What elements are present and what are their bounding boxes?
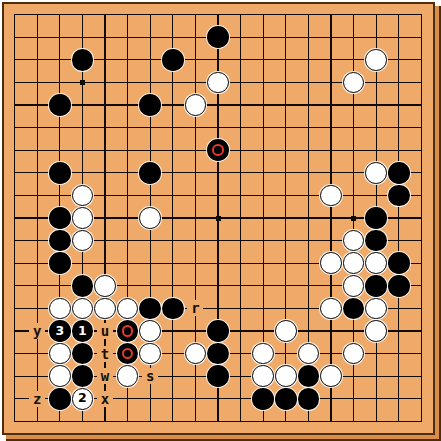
board-point: 1: [71, 320, 94, 343]
black-stone: [252, 388, 274, 410]
board-point: 3: [49, 320, 72, 343]
black-stone: [49, 252, 71, 274]
black-stone: [365, 230, 387, 252]
board-point: [320, 252, 343, 275]
board-point: [71, 207, 94, 230]
board-point: [49, 365, 72, 388]
white-stone: [320, 185, 342, 207]
board-point: [207, 342, 230, 365]
point-label-z: z: [29, 391, 45, 407]
black-stone: [117, 343, 139, 365]
point-label-r: r: [187, 300, 203, 316]
board-point: [274, 387, 297, 410]
black-stone: [49, 94, 71, 116]
board-point: [94, 297, 117, 320]
board-point: [342, 342, 365, 365]
black-stone: [49, 162, 71, 184]
board-point: [342, 229, 365, 252]
board-point: [71, 229, 94, 252]
white-stone: [72, 230, 94, 252]
white-stone: [49, 365, 71, 387]
white-stone: [94, 298, 116, 320]
black-stone: [72, 343, 94, 365]
board-point: [49, 161, 72, 184]
board-point: [116, 365, 139, 388]
board-point: [49, 342, 72, 365]
board-point: [116, 297, 139, 320]
board-point: [297, 365, 320, 388]
board-point: [139, 297, 162, 320]
board-point: [116, 320, 139, 343]
black-stone: [49, 388, 71, 410]
board-point: [207, 320, 230, 343]
board-point: [365, 297, 388, 320]
black-stone: [139, 162, 161, 184]
black-stone: [72, 365, 94, 387]
board-point: [207, 26, 230, 49]
white-stone: [365, 49, 387, 71]
board-point: [365, 229, 388, 252]
board-point: [387, 252, 410, 275]
board-point: x: [94, 387, 117, 410]
board-point: z: [26, 387, 49, 410]
black-stone: [117, 320, 139, 342]
white-stone: [365, 320, 387, 342]
black-stone: [207, 139, 229, 161]
board-point: [365, 320, 388, 343]
white-stone: [320, 365, 342, 387]
board-point: [252, 342, 275, 365]
black-stone: [49, 207, 71, 229]
white-stone: [343, 230, 365, 252]
point-label-w: w: [97, 368, 113, 384]
black-stone: [49, 230, 71, 252]
white-stone: [139, 207, 161, 229]
board-point: [139, 320, 162, 343]
white-stone: [365, 298, 387, 320]
white-stone: [252, 365, 274, 387]
white-stone: [275, 365, 297, 387]
black-stone: [298, 365, 320, 387]
white-stone: [365, 252, 387, 274]
board-point: [49, 207, 72, 230]
board-point: [139, 161, 162, 184]
white-stone: [343, 275, 365, 297]
point-label-t: t: [97, 346, 113, 362]
black-stone: [388, 252, 410, 274]
board-point: [365, 207, 388, 230]
board-point: [94, 274, 117, 297]
board-point: [342, 297, 365, 320]
white-stone: [49, 343, 71, 365]
white-stone: [72, 185, 94, 207]
board-point: y: [26, 320, 49, 343]
board-point: [161, 297, 184, 320]
board-point: [365, 49, 388, 72]
black-stone: [162, 49, 184, 71]
white-stone: [94, 275, 116, 297]
white-stone: 2: [72, 388, 94, 410]
white-stone: [139, 320, 161, 342]
board-point: [387, 184, 410, 207]
black-stone: [139, 298, 161, 320]
board-point: [207, 139, 230, 162]
black-stone: [207, 320, 229, 342]
circle-mark: [122, 348, 134, 360]
board-point: [71, 49, 94, 72]
board-point: [49, 387, 72, 410]
black-stone: [139, 94, 161, 116]
board-point: [252, 365, 275, 388]
white-stone: [298, 343, 320, 365]
white-stone: [139, 343, 161, 365]
board-point: [342, 71, 365, 94]
white-stone: [72, 207, 94, 229]
white-stone: [207, 72, 229, 94]
board-point: w: [94, 365, 117, 388]
white-stone: [343, 72, 365, 94]
white-stone: [185, 94, 207, 116]
board-point: [116, 342, 139, 365]
black-stone: [388, 162, 410, 184]
board-point: [387, 274, 410, 297]
circle-mark: [122, 325, 134, 337]
board-point: [274, 365, 297, 388]
black-stone: [365, 207, 387, 229]
white-stone: [252, 343, 274, 365]
board-point: [184, 94, 207, 117]
white-stone: [117, 365, 139, 387]
white-stone: [49, 298, 71, 320]
black-stone: 3: [49, 320, 71, 342]
board-point: [365, 252, 388, 275]
board-point: [71, 342, 94, 365]
circle-mark: [212, 144, 224, 156]
board-point: r: [184, 297, 207, 320]
black-stone: [388, 275, 410, 297]
board-point: [49, 94, 72, 117]
stone-number: 2: [78, 392, 87, 405]
board-point: [342, 252, 365, 275]
board-point: [320, 184, 343, 207]
board-point: [207, 365, 230, 388]
black-stone: 1: [72, 320, 94, 342]
board-point: t: [94, 342, 117, 365]
board-point: [49, 297, 72, 320]
black-stone: [72, 275, 94, 297]
board-point: [252, 387, 275, 410]
white-stone: [343, 343, 365, 365]
board-point: [71, 365, 94, 388]
white-stone: [275, 320, 297, 342]
point-label-s: s: [142, 368, 158, 384]
point-label-y: y: [29, 323, 45, 339]
black-stone: [275, 388, 297, 410]
board-point: [274, 320, 297, 343]
stone-number: 1: [78, 325, 87, 338]
board-point: s: [139, 365, 162, 388]
white-stone: [72, 298, 94, 320]
board-point: [297, 342, 320, 365]
white-stone: [185, 343, 207, 365]
board-point: [71, 274, 94, 297]
white-stone: [117, 298, 139, 320]
board-point: [342, 274, 365, 297]
stone-number: 3: [55, 325, 64, 338]
black-stone: [388, 185, 410, 207]
black-stone: [207, 343, 229, 365]
board-point: [297, 387, 320, 410]
board-point: u: [94, 320, 117, 343]
page-root: 312rstuwxyz: [0, 0, 441, 441]
black-stone: [162, 298, 184, 320]
board-point: [365, 274, 388, 297]
board-point: [49, 229, 72, 252]
board-point: [71, 297, 94, 320]
board-point: [49, 252, 72, 275]
black-stone: [207, 26, 229, 48]
black-stone: [207, 365, 229, 387]
stones-layer: 312rstuwxyz: [3, 3, 432, 432]
white-stone: [320, 252, 342, 274]
white-stone: [320, 298, 342, 320]
board-point: 2: [71, 387, 94, 410]
board-point: [184, 342, 207, 365]
board-point: [207, 71, 230, 94]
board-point: [139, 342, 162, 365]
white-stone: [365, 162, 387, 184]
board-point: [71, 184, 94, 207]
board-point: [320, 365, 343, 388]
board-point: [387, 161, 410, 184]
black-stone: [72, 49, 94, 71]
board-point: [320, 297, 343, 320]
point-label-x: x: [97, 391, 113, 407]
point-label-u: u: [97, 323, 113, 339]
black-stone: [365, 275, 387, 297]
board-point: [139, 207, 162, 230]
go-board[interactable]: 312rstuwxyz: [2, 2, 435, 435]
board-point: [161, 49, 184, 72]
white-stone: [343, 252, 365, 274]
black-stone: [343, 298, 365, 320]
board-point: [139, 94, 162, 117]
black-stone: [298, 388, 320, 410]
board-point: [365, 161, 388, 184]
